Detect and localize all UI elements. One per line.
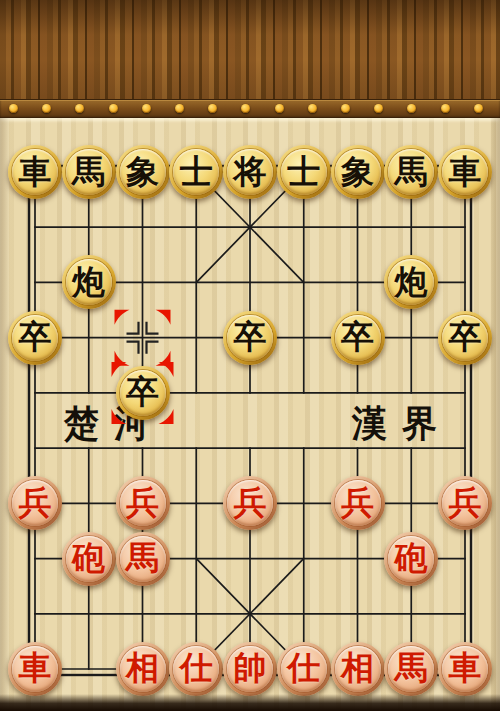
piece-glyph: 士 xyxy=(287,156,320,189)
piece-red-general[interactable]: 帥 xyxy=(223,642,277,696)
piece-red-elephant[interactable]: 相 xyxy=(331,642,385,696)
piece-black-soldier[interactable]: 卒 xyxy=(116,366,170,420)
piece-red-soldier[interactable]: 兵 xyxy=(331,476,385,530)
piece-black-advisor[interactable]: 士 xyxy=(169,145,223,199)
piece-glyph: 卒 xyxy=(341,321,374,354)
piece-glyph: 卒 xyxy=(19,321,52,354)
piece-red-cannon[interactable]: 砲 xyxy=(62,532,116,586)
piece-red-soldier[interactable]: 兵 xyxy=(438,476,492,530)
piece-glyph: 卒 xyxy=(449,321,482,354)
piece-glyph: 馬 xyxy=(395,156,428,189)
piece-black-cannon[interactable]: 炮 xyxy=(384,255,438,309)
piece-glyph: 車 xyxy=(449,156,482,189)
piece-glyph: 帥 xyxy=(234,652,267,685)
piece-red-advisor[interactable]: 仕 xyxy=(277,642,331,696)
board-bottom-shadow xyxy=(0,694,500,711)
piece-black-horse[interactable]: 馬 xyxy=(384,145,438,199)
piece-glyph: 馬 xyxy=(395,652,428,685)
piece-glyph: 相 xyxy=(341,652,374,685)
piece-glyph: 将 xyxy=(234,156,267,189)
piece-glyph: 兵 xyxy=(19,487,52,520)
piece-glyph: 兵 xyxy=(126,487,159,520)
piece-red-soldier[interactable]: 兵 xyxy=(223,476,277,530)
piece-red-horse[interactable]: 馬 xyxy=(116,532,170,586)
piece-red-advisor[interactable]: 仕 xyxy=(169,642,223,696)
piece-red-soldier[interactable]: 兵 xyxy=(116,476,170,530)
piece-black-horse[interactable]: 馬 xyxy=(62,145,116,199)
piece-glyph: 炮 xyxy=(395,266,428,299)
piece-glyph: 仕 xyxy=(180,652,213,685)
piece-glyph: 卒 xyxy=(126,376,159,409)
piece-black-soldier[interactable]: 卒 xyxy=(8,311,62,365)
piece-glyph: 兵 xyxy=(341,487,374,520)
piece-black-elephant[interactable]: 象 xyxy=(116,145,170,199)
piece-glyph: 仕 xyxy=(287,652,320,685)
piece-black-advisor[interactable]: 士 xyxy=(277,145,331,199)
piece-glyph: 砲 xyxy=(72,542,105,575)
piece-glyph: 炮 xyxy=(72,266,105,299)
piece-black-cannon[interactable]: 炮 xyxy=(62,255,116,309)
piece-red-soldier[interactable]: 兵 xyxy=(8,476,62,530)
piece-glyph: 馬 xyxy=(126,542,159,575)
piece-glyph: 砲 xyxy=(395,542,428,575)
xiangqi-app: 楚河 漢界 車馬象士将士象馬車炮炮卒卒卒卒卒兵兵兵兵兵砲馬砲車相仕帥仕相馬車 xyxy=(0,0,500,711)
piece-glyph: 馬 xyxy=(72,156,105,189)
piece-glyph: 車 xyxy=(19,156,52,189)
piece-glyph: 相 xyxy=(126,652,159,685)
piece-glyph: 車 xyxy=(19,652,52,685)
piece-glyph: 兵 xyxy=(234,487,267,520)
piece-black-soldier[interactable]: 卒 xyxy=(438,311,492,365)
piece-red-cannon[interactable]: 砲 xyxy=(384,532,438,586)
piece-black-soldier[interactable]: 卒 xyxy=(223,311,277,365)
piece-glyph: 象 xyxy=(341,156,374,189)
piece-black-chariot[interactable]: 車 xyxy=(438,145,492,199)
piece-glyph: 象 xyxy=(126,156,159,189)
piece-glyph: 卒 xyxy=(234,321,267,354)
piece-glyph: 士 xyxy=(180,156,213,189)
piece-black-soldier[interactable]: 卒 xyxy=(331,311,385,365)
piece-red-horse[interactable]: 馬 xyxy=(384,642,438,696)
piece-red-elephant[interactable]: 相 xyxy=(116,642,170,696)
pieces-layer: 車馬象士将士象馬車炮炮卒卒卒卒卒兵兵兵兵兵砲馬砲車相仕帥仕相馬車 xyxy=(0,0,500,711)
piece-red-chariot[interactable]: 車 xyxy=(8,642,62,696)
piece-glyph: 兵 xyxy=(449,487,482,520)
piece-black-elephant[interactable]: 象 xyxy=(331,145,385,199)
piece-black-chariot[interactable]: 車 xyxy=(8,145,62,199)
piece-glyph: 車 xyxy=(449,652,482,685)
piece-black-general[interactable]: 将 xyxy=(223,145,277,199)
piece-red-chariot[interactable]: 車 xyxy=(438,642,492,696)
